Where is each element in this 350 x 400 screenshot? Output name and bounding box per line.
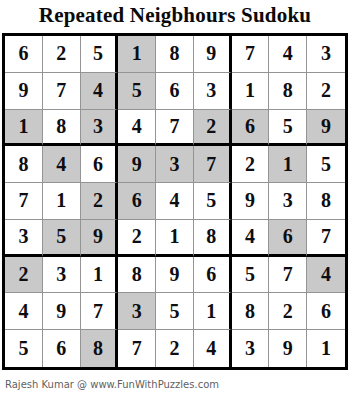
sudoku-cell-r7c3[interactable]: 1 — [81, 257, 119, 294]
sudoku-cell-r2c9[interactable]: 2 — [307, 73, 345, 110]
sudoku-cell-r8c6[interactable]: 1 — [194, 293, 232, 330]
sudoku-cell-r4c4[interactable]: 9 — [118, 146, 156, 183]
sudoku-cell-r4c2[interactable]: 4 — [43, 146, 81, 183]
sudoku-cell-r2c2[interactable]: 7 — [43, 73, 81, 110]
sudoku-cell-r6c6[interactable]: 8 — [194, 220, 232, 257]
sudoku-cell-r3c5[interactable]: 7 — [156, 110, 194, 147]
sudoku-cell-r1c2[interactable]: 2 — [43, 36, 81, 73]
page-title: Repeated Neigbhours Sudoku — [0, 3, 350, 28]
sudoku-cell-r6c2[interactable]: 5 — [43, 220, 81, 257]
sudoku-cell-r2c1[interactable]: 9 — [5, 73, 43, 110]
sudoku-cell-r6c5[interactable]: 1 — [156, 220, 194, 257]
sudoku-cell-r2c3[interactable]: 4 — [81, 73, 119, 110]
sudoku-cell-r3c9[interactable]: 9 — [307, 110, 345, 147]
sudoku-cell-r1c8[interactable]: 4 — [269, 36, 307, 73]
sudoku-cell-r2c4[interactable]: 5 — [118, 73, 156, 110]
sudoku-cell-r9c8[interactable]: 9 — [269, 330, 307, 367]
sudoku-cell-r5c1[interactable]: 7 — [5, 183, 43, 220]
sudoku-cell-r7c5[interactable]: 9 — [156, 257, 194, 294]
sudoku-cell-r6c1[interactable]: 3 — [5, 220, 43, 257]
sudoku-cell-r7c4[interactable]: 8 — [118, 257, 156, 294]
sudoku-cell-r8c5[interactable]: 5 — [156, 293, 194, 330]
sudoku-cell-r8c4[interactable]: 3 — [118, 293, 156, 330]
sudoku-cell-r8c1[interactable]: 4 — [5, 293, 43, 330]
sudoku-cell-r7c6[interactable]: 6 — [194, 257, 232, 294]
sudoku-cell-r2c5[interactable]: 6 — [156, 73, 194, 110]
sudoku-cell-r6c3[interactable]: 9 — [81, 220, 119, 257]
sudoku-cell-r5c5[interactable]: 4 — [156, 183, 194, 220]
sudoku-cell-r3c3[interactable]: 3 — [81, 110, 119, 147]
sudoku-cell-r2c6[interactable]: 3 — [194, 73, 232, 110]
attribution-text: Rajesh Kumar @ www.FunWithPuzzles.com — [5, 379, 219, 390]
sudoku-cell-r7c9[interactable]: 4 — [307, 257, 345, 294]
sudoku-cell-r1c9[interactable]: 3 — [307, 36, 345, 73]
sudoku-cell-r3c6[interactable]: 2 — [194, 110, 232, 147]
sudoku-cell-r1c5[interactable]: 8 — [156, 36, 194, 73]
sudoku-cell-r6c9[interactable]: 7 — [307, 220, 345, 257]
sudoku-cell-r3c8[interactable]: 5 — [269, 110, 307, 147]
sudoku-cell-r9c3[interactable]: 8 — [81, 330, 119, 367]
sudoku-board: 6251897439745631821834726598469372157126… — [2, 33, 348, 370]
sudoku-cell-r9c7[interactable]: 3 — [232, 330, 270, 367]
sudoku-cell-r5c2[interactable]: 1 — [43, 183, 81, 220]
sudoku-cell-r2c8[interactable]: 8 — [269, 73, 307, 110]
sudoku-cell-r4c7[interactable]: 2 — [232, 146, 270, 183]
sudoku-cell-r5c8[interactable]: 3 — [269, 183, 307, 220]
sudoku-cell-r3c4[interactable]: 4 — [118, 110, 156, 147]
sudoku-cell-r6c7[interactable]: 4 — [232, 220, 270, 257]
sudoku-cell-r8c8[interactable]: 2 — [269, 293, 307, 330]
sudoku-cell-r4c6[interactable]: 7 — [194, 146, 232, 183]
sudoku-cell-r7c7[interactable]: 5 — [232, 257, 270, 294]
sudoku-cell-r8c7[interactable]: 8 — [232, 293, 270, 330]
sudoku-cell-r9c4[interactable]: 7 — [118, 330, 156, 367]
sudoku-cell-r4c8[interactable]: 1 — [269, 146, 307, 183]
sudoku-cell-r8c2[interactable]: 9 — [43, 293, 81, 330]
sudoku-cell-r9c9[interactable]: 1 — [307, 330, 345, 367]
sudoku-cell-r9c2[interactable]: 6 — [43, 330, 81, 367]
sudoku-cell-r1c1[interactable]: 6 — [5, 36, 43, 73]
sudoku-cell-r8c9[interactable]: 6 — [307, 293, 345, 330]
sudoku-cell-r8c3[interactable]: 7 — [81, 293, 119, 330]
sudoku-cell-r4c9[interactable]: 5 — [307, 146, 345, 183]
sudoku-cell-r9c5[interactable]: 2 — [156, 330, 194, 367]
sudoku-cell-r3c2[interactable]: 8 — [43, 110, 81, 147]
sudoku-cell-r1c4[interactable]: 1 — [118, 36, 156, 73]
sudoku-cell-r7c8[interactable]: 7 — [269, 257, 307, 294]
sudoku-cell-r7c1[interactable]: 2 — [5, 257, 43, 294]
sudoku-cell-r6c4[interactable]: 2 — [118, 220, 156, 257]
sudoku-cell-r4c1[interactable]: 8 — [5, 146, 43, 183]
sudoku-cell-r1c6[interactable]: 9 — [194, 36, 232, 73]
sudoku-cell-r1c7[interactable]: 7 — [232, 36, 270, 73]
sudoku-cell-r9c6[interactable]: 4 — [194, 330, 232, 367]
sudoku-cell-r5c7[interactable]: 9 — [232, 183, 270, 220]
sudoku-cell-r3c1[interactable]: 1 — [5, 110, 43, 147]
sudoku-cell-r1c3[interactable]: 5 — [81, 36, 119, 73]
sudoku-cell-r9c1[interactable]: 5 — [5, 330, 43, 367]
sudoku-cell-r5c4[interactable]: 6 — [118, 183, 156, 220]
sudoku-cell-r4c3[interactable]: 6 — [81, 146, 119, 183]
sudoku-cell-r4c5[interactable]: 3 — [156, 146, 194, 183]
sudoku-cell-r3c7[interactable]: 6 — [232, 110, 270, 147]
sudoku-cell-r7c2[interactable]: 3 — [43, 257, 81, 294]
sudoku-cell-r5c3[interactable]: 2 — [81, 183, 119, 220]
sudoku-cell-r2c7[interactable]: 1 — [232, 73, 270, 110]
sudoku-page: Repeated Neigbhours Sudoku 6251897439745… — [0, 0, 350, 400]
sudoku-cell-r5c9[interactable]: 8 — [307, 183, 345, 220]
sudoku-cell-r5c6[interactable]: 5 — [194, 183, 232, 220]
sudoku-cell-r6c8[interactable]: 6 — [269, 220, 307, 257]
